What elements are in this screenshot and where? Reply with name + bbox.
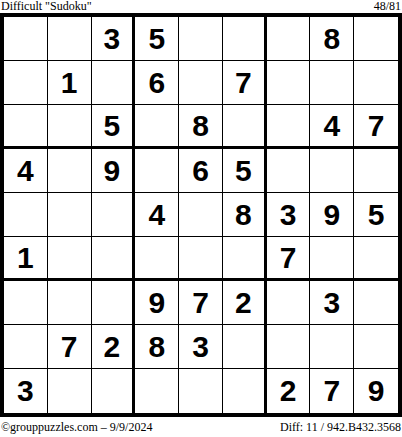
cell-r9c9[interactable]: 9 (354, 369, 398, 413)
cell-r7c5[interactable]: 7 (179, 281, 223, 325)
cell-r1c1[interactable] (4, 17, 48, 61)
cell-r9c1[interactable]: 3 (4, 369, 48, 413)
cell-r3c7[interactable] (267, 105, 311, 149)
cell-r9c2[interactable] (48, 369, 92, 413)
cell-r5c4[interactable]: 4 (135, 193, 179, 237)
cell-r4c6[interactable]: 5 (223, 149, 267, 193)
cell-r6c2[interactable] (48, 237, 92, 281)
cell-r4c3[interactable]: 9 (92, 149, 136, 193)
cell-r5c1[interactable] (4, 193, 48, 237)
cell-r3c5[interactable]: 8 (179, 105, 223, 149)
cell-r9c7[interactable]: 2 (267, 369, 311, 413)
cell-r9c8[interactable]: 7 (310, 369, 354, 413)
cell-r7c8[interactable]: 3 (310, 281, 354, 325)
cell-r9c6[interactable] (223, 369, 267, 413)
cell-r6c9[interactable] (354, 237, 398, 281)
cell-r1c7[interactable] (267, 17, 311, 61)
cell-r8c5[interactable]: 3 (179, 325, 223, 369)
cell-r3c1[interactable] (4, 105, 48, 149)
cell-r4c9[interactable] (354, 149, 398, 193)
cell-r2c2[interactable]: 1 (48, 61, 92, 105)
sudoku-board: 358167584749654839517972372833279 (0, 13, 402, 417)
cell-r8c8[interactable] (310, 325, 354, 369)
cell-r7c9[interactable] (354, 281, 398, 325)
cell-r9c4[interactable] (135, 369, 179, 413)
cell-r3c6[interactable] (223, 105, 267, 149)
cell-r2c3[interactable] (92, 61, 136, 105)
header: Difficult "Sudoku" 48/81 (0, 0, 402, 13)
cell-r5c5[interactable] (179, 193, 223, 237)
cell-r6c1[interactable]: 1 (4, 237, 48, 281)
sudoku-page: Difficult "Sudoku" 48/81 358167584749654… (0, 0, 402, 437)
cell-r9c3[interactable] (92, 369, 136, 413)
puzzle-title: Difficult "Sudoku" (1, 0, 92, 12)
cell-r2c5[interactable] (179, 61, 223, 105)
cell-r8c1[interactable] (4, 325, 48, 369)
cell-r1c2[interactable] (48, 17, 92, 61)
cell-r6c4[interactable] (135, 237, 179, 281)
cell-r5c6[interactable]: 8 (223, 193, 267, 237)
cell-r6c3[interactable] (92, 237, 136, 281)
cell-r3c2[interactable] (48, 105, 92, 149)
cell-r3c4[interactable] (135, 105, 179, 149)
difficulty-id: Diff: 11 / 942.B432.3568 (280, 421, 401, 434)
cell-r1c3[interactable]: 3 (92, 17, 136, 61)
cell-r3c8[interactable]: 4 (310, 105, 354, 149)
cell-r4c7[interactable] (267, 149, 311, 193)
cell-r7c1[interactable] (4, 281, 48, 325)
cell-r4c4[interactable] (135, 149, 179, 193)
cell-r7c4[interactable]: 9 (135, 281, 179, 325)
cell-r1c5[interactable] (179, 17, 223, 61)
cell-r2c7[interactable] (267, 61, 311, 105)
cell-r6c6[interactable] (223, 237, 267, 281)
cell-r2c8[interactable] (310, 61, 354, 105)
cell-r5c2[interactable] (48, 193, 92, 237)
copyright-date: ©grouppuzzles.com – 9/9/2024 (1, 421, 152, 434)
cell-r8c7[interactable] (267, 325, 311, 369)
cell-r1c8[interactable]: 8 (310, 17, 354, 61)
cell-r4c5[interactable]: 6 (179, 149, 223, 193)
cell-r3c3[interactable]: 5 (92, 105, 136, 149)
cell-r4c1[interactable]: 4 (4, 149, 48, 193)
cell-r2c1[interactable] (4, 61, 48, 105)
blank-count: 48/81 (374, 0, 401, 12)
cell-r8c4[interactable]: 8 (135, 325, 179, 369)
cell-r5c9[interactable]: 5 (354, 193, 398, 237)
cell-r2c9[interactable] (354, 61, 398, 105)
cell-r5c3[interactable] (92, 193, 136, 237)
footer: ©grouppuzzles.com – 9/9/2024 Diff: 11 / … (0, 417, 402, 437)
cell-r1c9[interactable] (354, 17, 398, 61)
cell-r1c6[interactable] (223, 17, 267, 61)
cell-r5c8[interactable]: 9 (310, 193, 354, 237)
cell-r5c7[interactable]: 3 (267, 193, 311, 237)
cell-r3c9[interactable]: 7 (354, 105, 398, 149)
cell-r8c9[interactable] (354, 325, 398, 369)
cell-r9c5[interactable] (179, 369, 223, 413)
cell-r6c8[interactable] (310, 237, 354, 281)
cell-r8c3[interactable]: 2 (92, 325, 136, 369)
cell-r2c6[interactable]: 7 (223, 61, 267, 105)
cell-r6c7[interactable]: 7 (267, 237, 311, 281)
cell-r6c5[interactable] (179, 237, 223, 281)
cell-r7c3[interactable] (92, 281, 136, 325)
cell-r8c6[interactable] (223, 325, 267, 369)
cell-r7c6[interactable]: 2 (223, 281, 267, 325)
cell-r4c8[interactable] (310, 149, 354, 193)
cell-r2c4[interactable]: 6 (135, 61, 179, 105)
cell-r4c2[interactable] (48, 149, 92, 193)
cell-r7c2[interactable] (48, 281, 92, 325)
cell-r7c7[interactable] (267, 281, 311, 325)
cell-r1c4[interactable]: 5 (135, 17, 179, 61)
cell-r8c2[interactable]: 7 (48, 325, 92, 369)
